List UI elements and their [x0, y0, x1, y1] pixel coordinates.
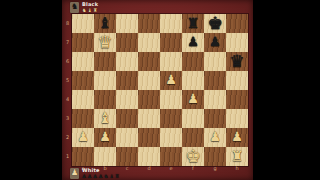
- square-d3[interactable]: [138, 109, 160, 128]
- square-e4[interactable]: [160, 90, 182, 109]
- square-e6[interactable]: [160, 52, 182, 71]
- square-b5[interactable]: [94, 71, 116, 90]
- square-a8[interactable]: [72, 14, 94, 33]
- captured-piece-icon: ♟: [98, 174, 102, 179]
- square-a1[interactable]: [72, 147, 94, 166]
- captured-piece-icon: ♟: [87, 174, 91, 179]
- black-piece-avatar-icon: ♞: [71, 3, 78, 11]
- square-h2[interactable]: ♟: [226, 128, 248, 147]
- square-h4[interactable]: [226, 90, 248, 109]
- app-window: ♞ Black ♞♝♜ 87654321 ♝♜♚♛♟♟♛♟♟♝♟♟♟♟♚♜ ab…: [0, 0, 320, 180]
- white-player-bar: ♟ White ♟♟♟♟♞♝♜: [62, 166, 253, 180]
- square-f1[interactable]: ♚: [182, 147, 204, 166]
- square-c6[interactable]: [116, 52, 138, 71]
- black-captured-tray: ♞♝♜: [82, 7, 98, 13]
- square-a3[interactable]: [72, 109, 94, 128]
- square-c3[interactable]: [116, 109, 138, 128]
- square-b4[interactable]: [94, 90, 116, 109]
- piece-white-pawn[interactable]: ♟: [77, 129, 89, 144]
- piece-black-rook[interactable]: ♜: [187, 15, 200, 31]
- piece-black-king[interactable]: ♚: [207, 13, 222, 33]
- rank-label-2: 2: [64, 128, 71, 147]
- piece-white-bishop[interactable]: ♝: [98, 109, 111, 127]
- captured-piece-icon: ♞: [104, 174, 108, 179]
- square-f4[interactable]: ♟: [182, 90, 204, 109]
- square-b2[interactable]: ♟: [94, 128, 116, 147]
- square-g7[interactable]: ♟: [204, 33, 226, 52]
- square-e5[interactable]: ♟: [160, 71, 182, 90]
- black-player-bar: ♞ Black ♞♝♜: [62, 0, 253, 14]
- white-player-info: White ♟♟♟♟♞♝♜: [82, 167, 119, 179]
- rank-label-7: 7: [64, 33, 71, 52]
- square-h7[interactable]: [226, 33, 248, 52]
- square-e2[interactable]: [160, 128, 182, 147]
- rank-labels: 87654321: [64, 14, 71, 166]
- rank-label-6: 6: [64, 52, 71, 71]
- captured-piece-icon: ♟: [93, 174, 97, 179]
- square-b6[interactable]: [94, 52, 116, 71]
- square-b3[interactable]: ♝: [94, 109, 116, 128]
- square-c7[interactable]: [116, 33, 138, 52]
- square-a5[interactable]: [72, 71, 94, 90]
- rank-label-8: 8: [64, 14, 71, 33]
- piece-white-pawn[interactable]: ♟: [99, 129, 111, 144]
- square-e7[interactable]: [160, 33, 182, 52]
- square-e1[interactable]: [160, 147, 182, 166]
- square-a4[interactable]: [72, 90, 94, 109]
- left-letterbox: [0, 0, 62, 180]
- captured-piece-icon: ♟: [82, 174, 86, 179]
- square-b1[interactable]: [94, 147, 116, 166]
- square-a7[interactable]: [72, 33, 94, 52]
- square-h1[interactable]: ♜: [226, 147, 248, 166]
- white-piece-avatar-icon: ♟: [71, 169, 78, 177]
- square-e3[interactable]: [160, 109, 182, 128]
- piece-black-queen[interactable]: ♛: [229, 51, 244, 71]
- piece-black-bishop[interactable]: ♝: [98, 14, 111, 32]
- rank-label-1: 1: [64, 147, 71, 166]
- piece-white-rook[interactable]: ♜: [231, 148, 244, 164]
- square-c8[interactable]: [116, 14, 138, 33]
- square-c2[interactable]: [116, 128, 138, 147]
- square-f7[interactable]: ♟: [182, 33, 204, 52]
- square-f3[interactable]: [182, 109, 204, 128]
- square-f2[interactable]: [182, 128, 204, 147]
- square-g2[interactable]: ♟: [204, 128, 226, 147]
- square-c1[interactable]: [116, 147, 138, 166]
- black-avatar: ♞: [70, 2, 79, 13]
- square-d2[interactable]: [138, 128, 160, 147]
- square-b8[interactable]: ♝: [94, 14, 116, 33]
- square-h8[interactable]: [226, 14, 248, 33]
- square-f5[interactable]: [182, 71, 204, 90]
- piece-black-pawn[interactable]: ♟: [187, 34, 199, 49]
- piece-white-pawn[interactable]: ♟: [209, 129, 221, 144]
- square-g6[interactable]: [204, 52, 226, 71]
- square-c4[interactable]: [116, 90, 138, 109]
- captured-piece-icon: ♜: [115, 174, 119, 179]
- square-f6[interactable]: [182, 52, 204, 71]
- piece-black-pawn[interactable]: ♟: [209, 34, 221, 49]
- piece-white-pawn[interactable]: ♟: [231, 129, 243, 144]
- square-g8[interactable]: ♚: [204, 14, 226, 33]
- square-h5[interactable]: [226, 71, 248, 90]
- square-d8[interactable]: [138, 14, 160, 33]
- captured-piece-icon: ♜: [93, 8, 97, 13]
- piece-white-king[interactable]: ♚: [185, 146, 200, 166]
- square-d7[interactable]: [138, 33, 160, 52]
- square-e8[interactable]: [160, 14, 182, 33]
- black-player-info: Black ♞♝♜: [82, 1, 98, 13]
- piece-white-queen[interactable]: ♛: [97, 32, 112, 52]
- square-c5[interactable]: [116, 71, 138, 90]
- square-a2[interactable]: ♟: [72, 128, 94, 147]
- square-a6[interactable]: [72, 52, 94, 71]
- square-d1[interactable]: [138, 147, 160, 166]
- square-f8[interactable]: ♜: [182, 14, 204, 33]
- board-grid: ♝♜♚♛♟♟♛♟♟♝♟♟♟♟♚♜: [72, 14, 248, 166]
- piece-white-pawn[interactable]: ♟: [165, 72, 177, 87]
- square-g1[interactable]: [204, 147, 226, 166]
- white-captured-tray: ♟♟♟♟♞♝♜: [82, 173, 119, 179]
- rank-label-5: 5: [64, 71, 71, 90]
- square-d4[interactable]: [138, 90, 160, 109]
- square-d5[interactable]: [138, 71, 160, 90]
- square-g4[interactable]: [204, 90, 226, 109]
- square-g3[interactable]: [204, 109, 226, 128]
- square-h6[interactable]: ♛: [226, 52, 248, 71]
- white-avatar: ♟: [70, 168, 79, 179]
- rank-label-3: 3: [64, 109, 71, 128]
- piece-white-pawn[interactable]: ♟: [187, 91, 199, 106]
- game-panel: ♞ Black ♞♝♜ 87654321 ♝♜♚♛♟♟♛♟♟♝♟♟♟♟♚♜ ab…: [62, 0, 253, 180]
- captured-piece-icon: ♞: [82, 8, 86, 13]
- captured-piece-icon: ♝: [87, 8, 91, 13]
- square-g5[interactable]: [204, 71, 226, 90]
- rank-label-4: 4: [64, 90, 71, 109]
- captured-piece-icon: ♝: [109, 174, 113, 179]
- square-d6[interactable]: [138, 52, 160, 71]
- square-h3[interactable]: [226, 109, 248, 128]
- square-b7[interactable]: ♛: [94, 33, 116, 52]
- right-letterbox: [253, 0, 320, 180]
